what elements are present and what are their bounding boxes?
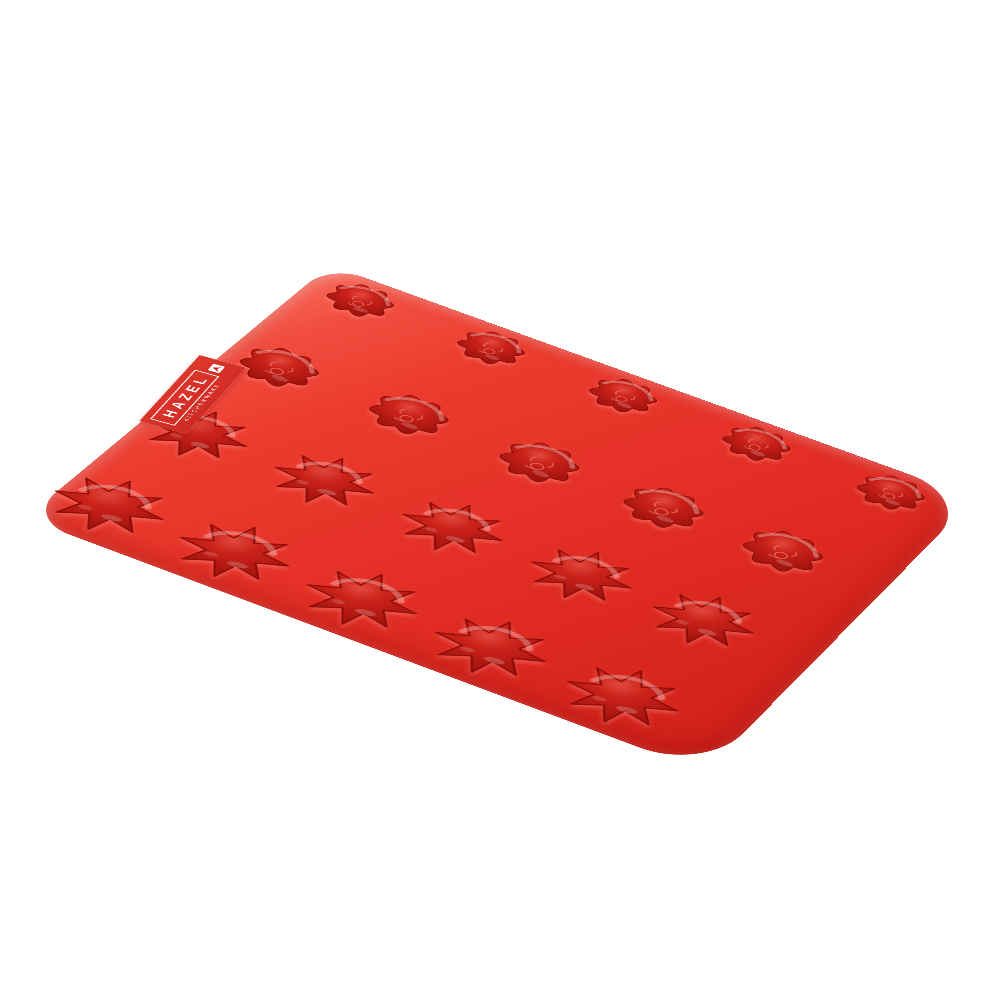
- cavity-flower: [840, 465, 941, 521]
- cavity-star: [539, 651, 706, 743]
- cavity-flower: [572, 368, 674, 423]
- cavity-star: [277, 555, 446, 644]
- cavity-star: [24, 462, 194, 549]
- cavity-flower: [603, 475, 723, 541]
- brand-logo-icon: [207, 364, 224, 374]
- product-photo: HAZEL KITCHENWARE: [0, 0, 1000, 1000]
- cavity-flower: [723, 518, 843, 585]
- brand-logo-mark-icon: [210, 365, 222, 372]
- cavity-star: [248, 441, 401, 520]
- cavity-flower: [309, 274, 411, 327]
- cavity-layer: [25, 265, 975, 772]
- mould-tray: HAZEL KITCHENWARE: [25, 265, 975, 772]
- cavity-star: [505, 535, 656, 616]
- cavity-flower: [349, 383, 469, 447]
- cavity-star: [376, 488, 528, 568]
- cavity-star: [406, 602, 574, 693]
- cavity-flower: [479, 430, 599, 495]
- cavity-star: [150, 508, 319, 596]
- cavity-flower: [706, 416, 807, 471]
- cavity-star: [628, 579, 779, 661]
- cavity-flower: [440, 321, 542, 375]
